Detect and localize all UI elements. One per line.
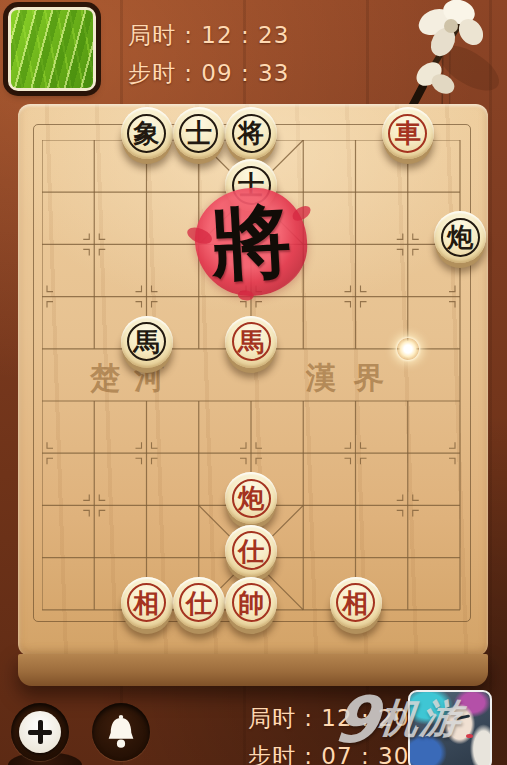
bell-button[interactable] — [92, 703, 150, 761]
bell-icon — [102, 713, 140, 751]
player-avatar-bottom[interactable] — [408, 690, 492, 765]
piece-character: 相 — [336, 583, 375, 622]
check-stamp-character: 將 — [209, 200, 293, 284]
piece-black-general[interactable]: 将 — [225, 107, 277, 159]
bottom-timer-panel: 局时 : 12 : 20 步时 : 07 : 30 — [248, 699, 409, 765]
piece-character: 馬 — [232, 322, 271, 361]
top-game-time: 局时 : 12 : 23 — [128, 16, 289, 54]
top-move-time: 步时 : 09 : 33 — [128, 54, 289, 92]
blossom-icon — [412, 0, 488, 98]
piece-red-general[interactable]: 帥 — [225, 577, 277, 629]
piece-character: 仕 — [179, 583, 218, 622]
move-indicator — [397, 338, 419, 360]
piece-character: 仕 — [232, 531, 271, 570]
piece-red-chariot-1[interactable]: 車 — [382, 107, 434, 159]
piece-red-elephant-2[interactable]: 相 — [330, 577, 382, 629]
game-screen: 局时 : 12 : 23 步时 : 09 : 33 楚河 漢界 象士将士炮馬車馬… — [0, 0, 507, 765]
piece-character: 炮 — [441, 218, 480, 257]
piece-black-elephant-1[interactable]: 象 — [121, 107, 173, 159]
player-avatar-top[interactable] — [8, 7, 96, 91]
piece-character: 士 — [179, 114, 218, 153]
piece-character: 馬 — [127, 322, 166, 361]
top-timer-panel: 局时 : 12 : 23 步时 : 09 : 33 — [128, 16, 289, 92]
piece-black-advisor-1[interactable]: 士 — [173, 107, 225, 159]
piece-character: 帥 — [232, 583, 271, 622]
plus-icon — [19, 711, 61, 753]
xiangqi-board[interactable]: 楚河 漢界 象士将士炮馬車馬炮仕相仕帥相 將 — [18, 104, 488, 656]
piece-character: 相 — [127, 583, 166, 622]
piece-red-advisor-2[interactable]: 仕 — [173, 577, 225, 629]
piece-character: 車 — [388, 114, 427, 153]
piece-red-elephant-1[interactable]: 相 — [121, 577, 173, 629]
piece-character: 象 — [127, 114, 166, 153]
piece-red-horse-1[interactable]: 馬 — [225, 316, 277, 368]
bottom-game-time: 局时 : 12 : 20 — [248, 699, 409, 737]
grass-photo — [11, 10, 93, 88]
piece-black-horse-1[interactable]: 馬 — [121, 316, 173, 368]
bottom-move-time: 步时 : 07 : 30 — [248, 737, 409, 765]
plus-button[interactable] — [11, 703, 69, 761]
piece-character: 将 — [232, 114, 271, 153]
river-label-right: 漢界 — [306, 358, 402, 399]
piece-red-advisor-1[interactable]: 仕 — [225, 525, 277, 577]
piece-black-cannon-1[interactable]: 炮 — [434, 211, 486, 263]
piece-character: 炮 — [232, 479, 271, 518]
piece-red-cannon-1[interactable]: 炮 — [225, 472, 277, 524]
